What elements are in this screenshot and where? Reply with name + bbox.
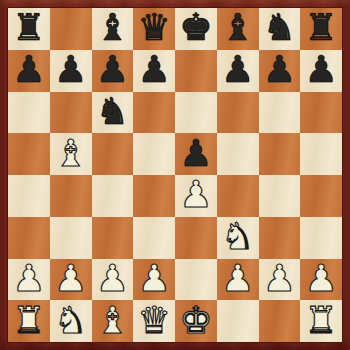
chess-board: ♜♝♛♚♝♞♜♟♟♟♟♟♟♟♞♝♟♟♞♟♟♟♟♟♟♟♜♞♝♛♚♜ — [8, 8, 342, 342]
black-pawn-icon: ♟ — [96, 51, 129, 88]
square-h2[interactable]: ♟ — [300, 259, 342, 301]
square-c1[interactable]: ♝ — [92, 300, 134, 342]
square-d4[interactable] — [133, 175, 175, 217]
black-bishop-icon: ♝ — [96, 9, 129, 46]
square-b5[interactable]: ♝ — [50, 133, 92, 175]
square-b1[interactable]: ♞ — [50, 300, 92, 342]
white-rook-icon: ♜ — [12, 302, 45, 339]
square-b4[interactable] — [50, 175, 92, 217]
black-knight-icon: ♞ — [96, 93, 129, 130]
square-h7[interactable]: ♟ — [300, 50, 342, 92]
square-g8[interactable]: ♞ — [259, 8, 301, 50]
square-a7[interactable]: ♟ — [8, 50, 50, 92]
square-d5[interactable] — [133, 133, 175, 175]
white-pawn-icon: ♟ — [12, 260, 45, 297]
black-pawn-icon: ♟ — [305, 51, 338, 88]
square-g1[interactable] — [259, 300, 301, 342]
square-c3[interactable] — [92, 217, 134, 259]
square-h3[interactable] — [300, 217, 342, 259]
square-a2[interactable]: ♟ — [8, 259, 50, 301]
square-e4[interactable]: ♟ — [175, 175, 217, 217]
square-h8[interactable]: ♜ — [300, 8, 342, 50]
square-a3[interactable] — [8, 217, 50, 259]
square-a1[interactable]: ♜ — [8, 300, 50, 342]
white-pawn-icon: ♟ — [263, 260, 296, 297]
square-a5[interactable] — [8, 133, 50, 175]
square-e7[interactable] — [175, 50, 217, 92]
black-king-icon: ♚ — [179, 9, 212, 46]
square-d7[interactable]: ♟ — [133, 50, 175, 92]
square-f2[interactable]: ♟ — [217, 259, 259, 301]
square-g2[interactable]: ♟ — [259, 259, 301, 301]
square-a8[interactable]: ♜ — [8, 8, 50, 50]
white-bishop-icon: ♝ — [54, 135, 87, 172]
square-d6[interactable] — [133, 92, 175, 134]
square-d1[interactable]: ♛ — [133, 300, 175, 342]
square-h6[interactable] — [300, 92, 342, 134]
black-queen-icon: ♛ — [138, 9, 171, 46]
square-e1[interactable]: ♚ — [175, 300, 217, 342]
black-knight-icon: ♞ — [263, 9, 296, 46]
white-pawn-icon: ♟ — [138, 260, 171, 297]
square-e6[interactable] — [175, 92, 217, 134]
white-rook-icon: ♜ — [305, 302, 338, 339]
square-b8[interactable] — [50, 8, 92, 50]
black-rook-icon: ♜ — [305, 9, 338, 46]
square-e5[interactable]: ♟ — [175, 133, 217, 175]
black-pawn-icon: ♟ — [263, 51, 296, 88]
white-bishop-icon: ♝ — [96, 302, 129, 339]
white-king-icon: ♚ — [179, 302, 212, 339]
white-queen-icon: ♛ — [138, 302, 171, 339]
black-bishop-icon: ♝ — [221, 9, 254, 46]
square-f6[interactable] — [217, 92, 259, 134]
white-pawn-icon: ♟ — [96, 260, 129, 297]
square-e3[interactable] — [175, 217, 217, 259]
square-f4[interactable] — [217, 175, 259, 217]
square-b7[interactable]: ♟ — [50, 50, 92, 92]
black-rook-icon: ♜ — [12, 9, 45, 46]
square-h1[interactable]: ♜ — [300, 300, 342, 342]
square-f8[interactable]: ♝ — [217, 8, 259, 50]
square-b3[interactable] — [50, 217, 92, 259]
white-pawn-icon: ♟ — [221, 260, 254, 297]
square-h4[interactable] — [300, 175, 342, 217]
white-pawn-icon: ♟ — [305, 260, 338, 297]
square-d2[interactable]: ♟ — [133, 259, 175, 301]
square-h5[interactable] — [300, 133, 342, 175]
white-knight-icon: ♞ — [54, 302, 87, 339]
black-pawn-icon: ♟ — [179, 135, 212, 172]
square-c8[interactable]: ♝ — [92, 8, 134, 50]
square-g3[interactable] — [259, 217, 301, 259]
black-pawn-icon: ♟ — [221, 51, 254, 88]
square-c5[interactable] — [92, 133, 134, 175]
square-f1[interactable] — [217, 300, 259, 342]
square-c4[interactable] — [92, 175, 134, 217]
square-f7[interactable]: ♟ — [217, 50, 259, 92]
square-f5[interactable] — [217, 133, 259, 175]
square-b6[interactable] — [50, 92, 92, 134]
square-f3[interactable]: ♞ — [217, 217, 259, 259]
square-g7[interactable]: ♟ — [259, 50, 301, 92]
square-c2[interactable]: ♟ — [92, 259, 134, 301]
white-pawn-icon: ♟ — [54, 260, 87, 297]
black-pawn-icon: ♟ — [12, 51, 45, 88]
square-d3[interactable] — [133, 217, 175, 259]
square-g5[interactable] — [259, 133, 301, 175]
square-b2[interactable]: ♟ — [50, 259, 92, 301]
square-e2[interactable] — [175, 259, 217, 301]
square-g4[interactable] — [259, 175, 301, 217]
square-c7[interactable]: ♟ — [92, 50, 134, 92]
square-e8[interactable]: ♚ — [175, 8, 217, 50]
black-pawn-icon: ♟ — [54, 51, 87, 88]
board-frame: ♜♝♛♚♝♞♜♟♟♟♟♟♟♟♞♝♟♟♞♟♟♟♟♟♟♟♜♞♝♛♚♜ — [0, 0, 350, 350]
square-a6[interactable] — [8, 92, 50, 134]
square-a4[interactable] — [8, 175, 50, 217]
square-d8[interactable]: ♛ — [133, 8, 175, 50]
square-g6[interactable] — [259, 92, 301, 134]
black-pawn-icon: ♟ — [138, 51, 171, 88]
square-c6[interactable]: ♞ — [92, 92, 134, 134]
white-knight-icon: ♞ — [221, 218, 254, 255]
white-pawn-icon: ♟ — [179, 176, 212, 213]
